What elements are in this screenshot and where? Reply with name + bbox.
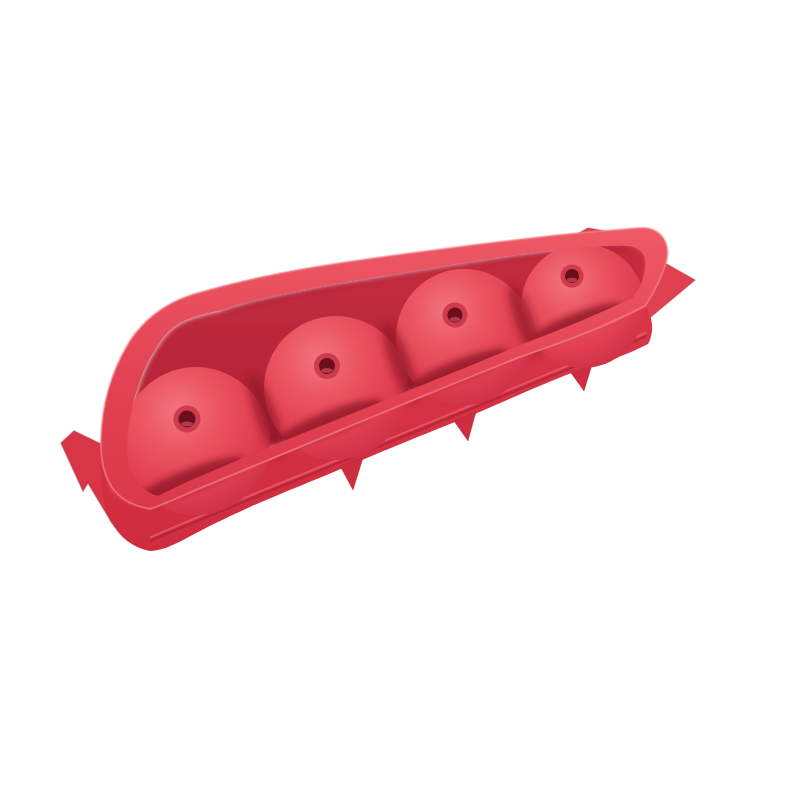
hole-inner-lip-3 xyxy=(450,317,461,322)
hole-inner-lip-1 xyxy=(181,421,193,426)
product-photo-stage xyxy=(0,0,800,800)
hole-inner-lip-2 xyxy=(321,368,332,373)
ice-ball-mold-photo xyxy=(0,0,800,800)
hole-inner-lip-4 xyxy=(567,278,577,282)
